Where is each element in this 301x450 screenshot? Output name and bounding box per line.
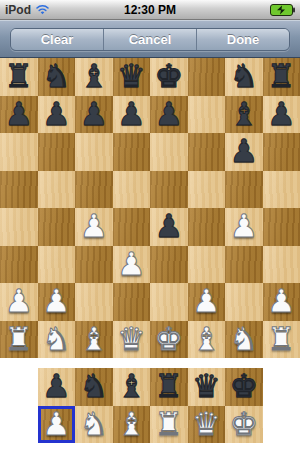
board-square-h6[interactable]	[263, 133, 301, 171]
board-square-a7[interactable]: ♟	[0, 96, 38, 134]
white-king: ♚	[154, 321, 183, 358]
tray-cell-white-queen[interactable]: ♛	[188, 406, 226, 444]
board-square-a3[interactable]	[0, 246, 38, 284]
board-square-e2[interactable]	[150, 283, 188, 321]
wifi-icon	[35, 1, 50, 19]
white-bishop: ♝	[117, 406, 146, 443]
done-button[interactable]: Done	[196, 29, 289, 50]
board-square-e4[interactable]: ♟	[150, 208, 188, 246]
chess-board: ♜♞♝♛♚♞♜♟♟♟♟♟♝♟♟♟♟♟♟♟♟♟♟♜♞♝♛♚♝♞♜	[0, 58, 300, 358]
board-square-h3[interactable]	[263, 246, 301, 284]
board-square-b4[interactable]	[38, 208, 76, 246]
board-square-a2[interactable]: ♟	[0, 283, 38, 321]
white-bishop: ♝	[192, 321, 221, 358]
board-square-b5[interactable]	[38, 171, 76, 209]
board-square-g4[interactable]: ♟	[225, 208, 263, 246]
tray-cell-black-rook[interactable]: ♜	[150, 368, 188, 406]
white-queen: ♛	[117, 321, 146, 358]
white-rook: ♜	[154, 406, 183, 443]
board-square-c8[interactable]: ♝	[75, 58, 113, 96]
board-square-f7[interactable]	[188, 96, 226, 134]
black-king: ♚	[154, 58, 183, 95]
board-square-b1[interactable]: ♞	[38, 321, 76, 359]
board-square-d7[interactable]: ♟	[113, 96, 151, 134]
board-square-c3[interactable]	[75, 246, 113, 284]
black-queen: ♛	[117, 58, 146, 95]
black-pawn: ♟	[267, 96, 296, 133]
clear-button[interactable]: Clear	[11, 29, 103, 50]
board-square-b2[interactable]: ♟	[38, 283, 76, 321]
board-square-d3[interactable]: ♟	[113, 246, 151, 284]
board-square-e8[interactable]: ♚	[150, 58, 188, 96]
tray-cell-white-king[interactable]: ♚	[225, 406, 263, 444]
black-pawn: ♟	[79, 96, 108, 133]
black-pawn: ♟	[4, 96, 33, 133]
cancel-button[interactable]: Cancel	[103, 29, 196, 50]
board-square-b8[interactable]: ♞	[38, 58, 76, 96]
board-square-a6[interactable]	[0, 133, 38, 171]
board-square-b3[interactable]	[38, 246, 76, 284]
black-bishop: ♝	[79, 58, 108, 95]
board-square-a4[interactable]	[0, 208, 38, 246]
black-queen: ♛	[192, 368, 221, 405]
board-square-g8[interactable]: ♞	[225, 58, 263, 96]
board-square-g5[interactable]	[225, 171, 263, 209]
black-pawn: ♟	[154, 208, 183, 245]
board-square-h5[interactable]	[263, 171, 301, 209]
piece-tray: ♟♞♝♜♛♚♟♞♝♜♛♚	[38, 368, 263, 443]
white-rook: ♜	[4, 321, 33, 358]
white-pawn: ♟	[4, 283, 33, 320]
board-square-d6[interactable]	[113, 133, 151, 171]
black-rook: ♜	[267, 58, 296, 95]
board-square-b6[interactable]	[38, 133, 76, 171]
board-square-h1[interactable]: ♜	[263, 321, 301, 359]
board-square-f2[interactable]: ♟	[188, 283, 226, 321]
white-pawn: ♟	[79, 208, 108, 245]
board-square-h8[interactable]: ♜	[263, 58, 301, 96]
board-square-g6[interactable]: ♟	[225, 133, 263, 171]
black-knight: ♞	[79, 368, 108, 405]
white-knight: ♞	[229, 321, 258, 358]
black-pawn: ♟	[117, 96, 146, 133]
board-square-e7[interactable]: ♟	[150, 96, 188, 134]
board-square-g7[interactable]: ♝	[225, 96, 263, 134]
board-square-a1[interactable]: ♜	[0, 321, 38, 359]
board-square-c1[interactable]: ♝	[75, 321, 113, 359]
black-pawn: ♟	[154, 96, 183, 133]
board-square-e3[interactable]	[150, 246, 188, 284]
white-bishop: ♝	[79, 321, 108, 358]
tray-cell-black-queen[interactable]: ♛	[188, 368, 226, 406]
black-knight: ♞	[229, 58, 258, 95]
tray-cell-black-bishop[interactable]: ♝	[113, 368, 151, 406]
board-square-f5[interactable]	[188, 171, 226, 209]
board-square-f8[interactable]	[188, 58, 226, 96]
board-square-d1[interactable]: ♛	[113, 321, 151, 359]
board-square-c4[interactable]: ♟	[75, 208, 113, 246]
board-square-c5[interactable]	[75, 171, 113, 209]
board-square-h4[interactable]	[263, 208, 301, 246]
board-square-f6[interactable]	[188, 133, 226, 171]
black-pawn: ♟	[42, 368, 71, 405]
board-square-e1[interactable]: ♚	[150, 321, 188, 359]
board-square-c7[interactable]: ♟	[75, 96, 113, 134]
tray-cell-white-knight[interactable]: ♞	[75, 406, 113, 444]
black-bishop: ♝	[117, 368, 146, 405]
white-pawn: ♟	[117, 246, 146, 283]
board-square-a8[interactable]: ♜	[0, 58, 38, 96]
carrier-label: iPod	[5, 3, 31, 17]
tray-cell-black-knight[interactable]: ♞	[75, 368, 113, 406]
white-queen: ♛	[192, 406, 221, 443]
board-square-g1[interactable]: ♞	[225, 321, 263, 359]
board-square-d5[interactable]	[113, 171, 151, 209]
white-rook: ♜	[267, 321, 296, 358]
white-knight: ♞	[42, 321, 71, 358]
black-king: ♚	[229, 368, 258, 405]
tray-cell-black-king[interactable]: ♚	[225, 368, 263, 406]
white-pawn: ♟	[267, 283, 296, 320]
battery-icon	[270, 4, 295, 16]
board-square-g2[interactable]	[225, 283, 263, 321]
black-rook: ♜	[154, 368, 183, 405]
board-square-d4[interactable]	[113, 208, 151, 246]
board-square-c2[interactable]	[75, 283, 113, 321]
black-pawn: ♟	[229, 133, 258, 170]
white-king: ♚	[229, 406, 258, 443]
white-pawn: ♟	[42, 283, 71, 320]
board-square-g3[interactable]	[225, 246, 263, 284]
toolbar: Clear Cancel Done	[0, 20, 300, 58]
white-pawn: ♟	[42, 406, 71, 443]
board-square-f1[interactable]: ♝	[188, 321, 226, 359]
tray-cell-white-pawn-selected[interactable]: ♟	[38, 406, 76, 444]
tray-cell-black-pawn[interactable]: ♟	[38, 368, 76, 406]
board-square-a5[interactable]	[0, 171, 38, 209]
board-square-d2[interactable]	[113, 283, 151, 321]
status-bar: iPod 12:30 PM	[0, 0, 300, 20]
white-pawn: ♟	[229, 208, 258, 245]
board-square-c6[interactable]	[75, 133, 113, 171]
board-square-d8[interactable]: ♛	[113, 58, 151, 96]
board-square-f4[interactable]	[188, 208, 226, 246]
white-pawn: ♟	[192, 283, 221, 320]
black-rook: ♜	[4, 58, 33, 95]
board-square-h2[interactable]: ♟	[263, 283, 301, 321]
board-square-e6[interactable]	[150, 133, 188, 171]
white-knight: ♞	[79, 406, 108, 443]
tray-cell-white-bishop[interactable]: ♝	[113, 406, 151, 444]
black-knight: ♞	[42, 58, 71, 95]
tray-cell-white-rook[interactable]: ♜	[150, 406, 188, 444]
black-pawn: ♟	[42, 96, 71, 133]
black-bishop: ♝	[229, 96, 258, 133]
board-square-b7[interactable]: ♟	[38, 96, 76, 134]
board-square-f3[interactable]	[188, 246, 226, 284]
board-square-h7[interactable]: ♟	[263, 96, 301, 134]
editor-segmented-control: Clear Cancel Done	[10, 28, 290, 51]
board-square-e5[interactable]	[150, 171, 188, 209]
